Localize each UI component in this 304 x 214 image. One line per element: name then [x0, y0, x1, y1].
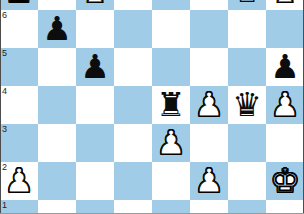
square-g5[interactable] [228, 48, 266, 86]
square-e7[interactable] [152, 0, 190, 10]
white-pawn-f2[interactable]: ♟ [194, 162, 224, 200]
square-g1[interactable] [228, 200, 266, 214]
square-b5[interactable] [38, 48, 76, 86]
square-h4[interactable]: ♟ [266, 86, 304, 124]
square-c5[interactable]: ♟ [76, 48, 114, 86]
square-d6[interactable] [114, 10, 152, 48]
board-left-border [0, 0, 1, 214]
square-f4[interactable]: ♟ [190, 86, 228, 124]
square-f7[interactable] [190, 0, 228, 10]
square-b2[interactable] [38, 162, 76, 200]
square-e1[interactable] [152, 200, 190, 214]
square-c3[interactable] [76, 124, 114, 162]
white-king-h2[interactable]: ♚ [270, 162, 300, 200]
square-g7[interactable]: ♚ [228, 0, 266, 10]
square-h6[interactable] [266, 10, 304, 48]
square-h1[interactable] [266, 200, 304, 214]
square-g4[interactable]: ♛ [228, 86, 266, 124]
square-f2[interactable]: ♟ [190, 162, 228, 200]
square-c1[interactable] [76, 200, 114, 214]
square-h5[interactable]: ♟ [266, 48, 304, 86]
chess-board: ♜♝♚♝♟♟♟♜♟♛♟♟♟♟♚ 654321 [0, 0, 304, 214]
square-c7[interactable]: ♝ [76, 0, 114, 10]
square-a4[interactable] [0, 86, 38, 124]
board-right-border [303, 0, 304, 214]
square-e3[interactable]: ♟ [152, 124, 190, 162]
square-a6[interactable] [0, 10, 38, 48]
black-rook-e4[interactable]: ♜ [156, 86, 186, 124]
square-a3[interactable] [0, 124, 38, 162]
square-d2[interactable] [114, 162, 152, 200]
square-e4[interactable]: ♜ [152, 86, 190, 124]
white-pawn-a2[interactable]: ♟ [4, 162, 34, 200]
square-d7[interactable] [114, 0, 152, 10]
square-h3[interactable] [266, 124, 304, 162]
white-pawn-e3[interactable]: ♟ [156, 124, 186, 162]
square-b4[interactable] [38, 86, 76, 124]
square-f3[interactable] [190, 124, 228, 162]
square-b3[interactable] [38, 124, 76, 162]
square-d3[interactable] [114, 124, 152, 162]
black-king-g7[interactable]: ♚ [232, 0, 262, 10]
square-a2[interactable]: ♟ [0, 162, 38, 200]
white-rook-a7[interactable]: ♜ [4, 0, 34, 10]
square-g2[interactable] [228, 162, 266, 200]
white-bishop-c7[interactable]: ♝ [80, 0, 110, 10]
square-d4[interactable] [114, 86, 152, 124]
square-h7[interactable]: ♝ [266, 0, 304, 10]
square-c4[interactable] [76, 86, 114, 124]
square-f6[interactable] [190, 10, 228, 48]
square-e6[interactable] [152, 10, 190, 48]
square-b6[interactable]: ♟ [38, 10, 76, 48]
square-f5[interactable] [190, 48, 228, 86]
board-squares: ♜♝♚♝♟♟♟♜♟♛♟♟♟♟♚ [0, 0, 304, 214]
white-pawn-f4[interactable]: ♟ [194, 86, 224, 124]
board-bottom-border [0, 213, 304, 214]
square-a5[interactable] [0, 48, 38, 86]
black-queen-g4[interactable]: ♛ [232, 86, 262, 124]
square-h2[interactable]: ♚ [266, 162, 304, 200]
square-a1[interactable] [0, 200, 38, 214]
square-a7[interactable]: ♜ [0, 0, 38, 10]
square-c2[interactable] [76, 162, 114, 200]
square-b1[interactable] [38, 200, 76, 214]
square-d5[interactable] [114, 48, 152, 86]
square-g6[interactable] [228, 10, 266, 48]
white-pawn-h4[interactable]: ♟ [270, 86, 300, 124]
square-d1[interactable] [114, 200, 152, 214]
black-pawn-c5[interactable]: ♟ [80, 48, 110, 86]
square-f1[interactable] [190, 200, 228, 214]
black-pawn-b6[interactable]: ♟ [42, 10, 72, 48]
square-e5[interactable] [152, 48, 190, 86]
square-e2[interactable] [152, 162, 190, 200]
square-g3[interactable] [228, 124, 266, 162]
square-c6[interactable] [76, 10, 114, 48]
black-pawn-h5[interactable]: ♟ [270, 48, 300, 86]
white-bishop-h7[interactable]: ♝ [270, 0, 300, 10]
